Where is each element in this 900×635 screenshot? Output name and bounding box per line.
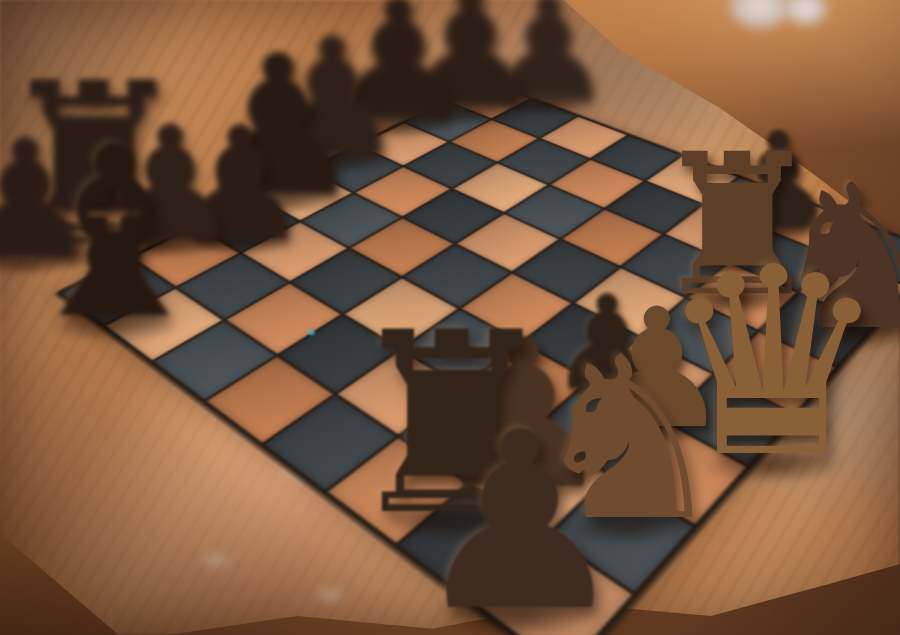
wood-scuff <box>312 586 348 604</box>
piece-dark-bishop[interactable]: ♝ <box>9 116 220 351</box>
paint-fleck <box>308 330 315 335</box>
wood-scuff <box>195 550 235 570</box>
piece-dark-pawn[interactable]: ♟ <box>410 400 630 635</box>
chess-photo-scene: ♟♟♟♟♟♟♜♝♟♟♟♜♟♟♟♞♜♞♛♟ <box>0 0 900 635</box>
